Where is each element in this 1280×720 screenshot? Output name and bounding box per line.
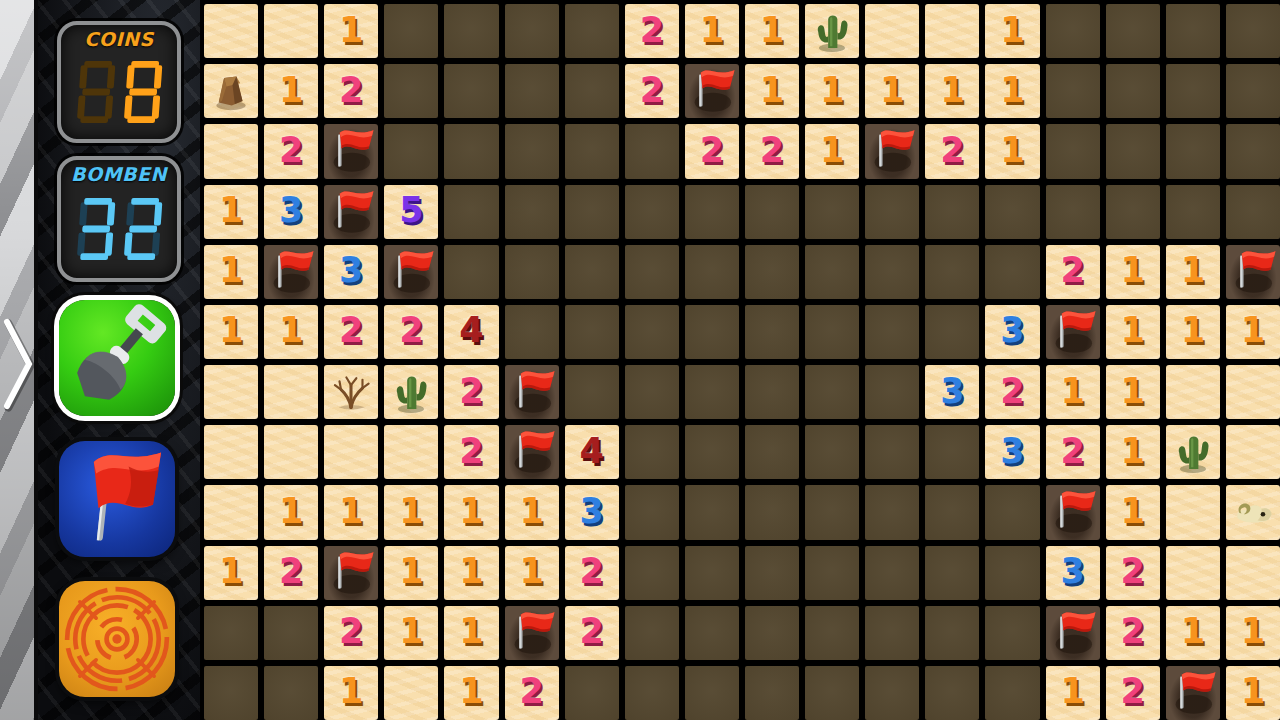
- mine-count-1: 1: [1000, 133, 1024, 168]
- cell-r1-c2[interactable]: 2: [324, 64, 378, 118]
- bombs-label: BOMBEN: [71, 163, 167, 185]
- mine-count-1: 1: [1000, 73, 1024, 108]
- coins-value: [73, 50, 164, 139]
- mine-count-2: 2: [640, 73, 664, 108]
- cell-r2-c15[interactable]: [1106, 124, 1160, 178]
- cell-r4-c12[interactable]: [925, 245, 979, 299]
- mine-count-3: 3: [1000, 313, 1024, 348]
- cell-r3-c8[interactable]: [685, 185, 739, 239]
- cell-r9-c15[interactable]: 2: [1106, 546, 1160, 600]
- cell-r6-c10[interactable]: [805, 365, 859, 419]
- cell-r8-c16[interactable]: [1166, 485, 1220, 539]
- coins-display: COINS: [57, 21, 181, 143]
- cell-r10-c15[interactable]: 2: [1106, 606, 1160, 660]
- dead-bush-icon: [328, 369, 374, 415]
- mine-count-1: 1: [459, 554, 483, 589]
- mine-count-1: 1: [459, 494, 483, 529]
- cell-r10-c6[interactable]: 2: [565, 606, 619, 660]
- cell-r11-c7[interactable]: [625, 666, 679, 720]
- cell-r8-c10[interactable]: [805, 485, 859, 539]
- cell-r4-c13[interactable]: [985, 245, 1039, 299]
- cell-r7-c16[interactable]: [1166, 425, 1220, 479]
- flag-icon: [1227, 246, 1279, 298]
- mine-count-1: 1: [1181, 614, 1205, 649]
- mine-count-3: 3: [1000, 434, 1024, 469]
- cell-r1-c8[interactable]: [685, 64, 739, 118]
- cell-r7-c2[interactable]: [324, 425, 378, 479]
- cell-r6-c13[interactable]: 2: [985, 365, 1039, 419]
- mine-count-2: 2: [339, 313, 363, 348]
- cell-r2-c2[interactable]: [324, 124, 378, 178]
- cell-r4-c10[interactable]: [805, 245, 859, 299]
- cell-r0-c15[interactable]: [1106, 4, 1160, 58]
- mine-count-4: 4: [580, 434, 604, 469]
- cell-r11-c15[interactable]: 2: [1106, 666, 1160, 720]
- cell-r6-c12[interactable]: 3: [925, 365, 979, 419]
- cell-r5-c14[interactable]: [1046, 305, 1100, 359]
- mine-count-2: 2: [640, 13, 664, 48]
- target-tool-button[interactable]: [59, 581, 175, 697]
- cell-r3-c11[interactable]: [865, 185, 919, 239]
- cell-r6-c7[interactable]: [625, 365, 679, 419]
- cell-r3-c2[interactable]: [324, 185, 378, 239]
- cell-r0-c0[interactable]: [204, 4, 258, 58]
- cell-r8-c8[interactable]: [685, 485, 739, 539]
- mine-count-1: 1: [219, 193, 243, 228]
- cell-r7-c7[interactable]: [625, 425, 679, 479]
- cell-r2-c10[interactable]: 1: [805, 124, 859, 178]
- cell-r9-c14[interactable]: 3: [1046, 546, 1100, 600]
- cell-r7-c12[interactable]: [925, 425, 979, 479]
- mine-count-2: 2: [1060, 253, 1084, 288]
- cell-r4-c8[interactable]: [685, 245, 739, 299]
- cell-r7-c5[interactable]: [505, 425, 559, 479]
- cell-r10-c10[interactable]: [805, 606, 859, 660]
- cell-r3-c5[interactable]: [505, 185, 559, 239]
- cell-r5-c8[interactable]: [685, 305, 739, 359]
- cell-r7-c9[interactable]: [745, 425, 799, 479]
- cell-r9-c6[interactable]: 2: [565, 546, 619, 600]
- cell-r6-c14[interactable]: 1: [1046, 365, 1100, 419]
- mine-count-1: 1: [399, 494, 423, 529]
- bombs-display: BOMBEN: [57, 156, 181, 282]
- cell-r4-c7[interactable]: [625, 245, 679, 299]
- cell-r8-c1[interactable]: 1: [264, 485, 318, 539]
- cell-r3-c9[interactable]: [745, 185, 799, 239]
- cell-r11-c5[interactable]: 2: [505, 666, 559, 720]
- cell-r3-c15[interactable]: [1106, 185, 1160, 239]
- cell-r2-c14[interactable]: [1046, 124, 1100, 178]
- mine-count-2: 2: [1121, 674, 1145, 709]
- game-screen: COINS BOMBEN: [0, 0, 1280, 720]
- cell-r0-c9[interactable]: 1: [745, 4, 799, 58]
- flag-icon: [1047, 306, 1099, 358]
- cell-r1-c10[interactable]: 1: [805, 64, 859, 118]
- cell-r1-c7[interactable]: 2: [625, 64, 679, 118]
- cell-r9-c0[interactable]: 1: [204, 546, 258, 600]
- mine-count-3: 3: [279, 193, 303, 228]
- cell-r11-c13[interactable]: [985, 666, 1039, 720]
- cell-r7-c8[interactable]: [685, 425, 739, 479]
- cell-r5-c10[interactable]: [805, 305, 859, 359]
- cell-r4-c11[interactable]: [865, 245, 919, 299]
- flag-icon: [265, 246, 317, 298]
- cell-r7-c17[interactable]: [1226, 425, 1280, 479]
- cell-r6-c15[interactable]: 1: [1106, 365, 1160, 419]
- cell-r11-c14[interactable]: 1: [1046, 666, 1100, 720]
- cell-r9-c11[interactable]: [865, 546, 919, 600]
- cell-r10-c12[interactable]: [925, 606, 979, 660]
- cell-r4-c14[interactable]: 2: [1046, 245, 1100, 299]
- cactus-icon: [809, 8, 855, 54]
- cell-r0-c2[interactable]: 1: [324, 4, 378, 58]
- cell-r1-c4[interactable]: [444, 64, 498, 118]
- cell-r1-c11[interactable]: 1: [865, 64, 919, 118]
- mine-count-2: 2: [700, 133, 724, 168]
- cell-r9-c17[interactable]: [1226, 546, 1280, 600]
- cell-r6-c8[interactable]: [685, 365, 739, 419]
- mine-count-1: 1: [760, 73, 784, 108]
- flag-icon: [1167, 667, 1219, 719]
- expand-chevron-icon: [1, 316, 34, 412]
- mine-count-3: 3: [940, 374, 964, 409]
- mine-count-2: 2: [580, 614, 604, 649]
- cell-r1-c15[interactable]: [1106, 64, 1160, 118]
- cell-r4-c6[interactable]: [565, 245, 619, 299]
- cell-r11-c4[interactable]: 1: [444, 666, 498, 720]
- cell-r9-c8[interactable]: [685, 546, 739, 600]
- cell-r8-c17[interactable]: [1226, 485, 1280, 539]
- mine-count-1: 1: [940, 73, 964, 108]
- mine-count-2: 2: [399, 313, 423, 348]
- cell-r2-c16[interactable]: [1166, 124, 1220, 178]
- cell-r6-c4[interactable]: 2: [444, 365, 498, 419]
- cell-r4-c9[interactable]: [745, 245, 799, 299]
- cell-r10-c17[interactable]: 1: [1226, 606, 1280, 660]
- cell-r0-c10[interactable]: [805, 4, 859, 58]
- mine-count-1: 1: [1181, 313, 1205, 348]
- mine-count-1: 1: [1241, 674, 1265, 709]
- cell-r8-c0[interactable]: [204, 485, 258, 539]
- cell-r5-c4[interactable]: 4: [444, 305, 498, 359]
- cell-r7-c11[interactable]: [865, 425, 919, 479]
- mine-count-3: 3: [1060, 554, 1084, 589]
- cell-r0-c3[interactable]: [384, 4, 438, 58]
- mine-count-2: 2: [1121, 614, 1145, 649]
- mine-count-2: 2: [519, 674, 543, 709]
- cell-r1-c3[interactable]: [384, 64, 438, 118]
- mine-count-2: 2: [279, 554, 303, 589]
- cell-r6-c5[interactable]: [505, 365, 559, 419]
- shovel-tool-button[interactable]: [59, 300, 175, 416]
- cell-r0-c12[interactable]: [925, 4, 979, 58]
- shovel-icon: [59, 300, 175, 416]
- cell-r9-c5[interactable]: 1: [505, 546, 559, 600]
- flag-icon: [686, 65, 738, 117]
- cell-r10-c5[interactable]: [505, 606, 559, 660]
- cell-r0-c6[interactable]: [565, 4, 619, 58]
- cell-r3-c12[interactable]: [925, 185, 979, 239]
- cell-r10-c9[interactable]: [745, 606, 799, 660]
- cell-r9-c9[interactable]: [745, 546, 799, 600]
- cell-r2-c6[interactable]: [565, 124, 619, 178]
- cell-r11-c8[interactable]: [685, 666, 739, 720]
- mine-count-3: 3: [580, 494, 604, 529]
- cell-r9-c10[interactable]: [805, 546, 859, 600]
- cell-r3-c4[interactable]: [444, 185, 498, 239]
- cell-r3-c6[interactable]: [565, 185, 619, 239]
- cell-r2-c7[interactable]: [625, 124, 679, 178]
- cell-r3-c3[interactable]: 5: [384, 185, 438, 239]
- mine-count-1: 1: [1121, 313, 1145, 348]
- cell-r7-c6[interactable]: 4: [565, 425, 619, 479]
- mine-count-1: 1: [1241, 313, 1265, 348]
- cell-r8-c15[interactable]: 1: [1106, 485, 1160, 539]
- cell-r10-c2[interactable]: 2: [324, 606, 378, 660]
- cell-r8-c6[interactable]: 3: [565, 485, 619, 539]
- cell-r7-c3[interactable]: [384, 425, 438, 479]
- cell-r3-c0[interactable]: 1: [204, 185, 258, 239]
- cell-r2-c12[interactable]: 2: [925, 124, 979, 178]
- cell-r3-c16[interactable]: [1166, 185, 1220, 239]
- mine-count-1: 1: [219, 313, 243, 348]
- cell-r0-c13[interactable]: 1: [985, 4, 1039, 58]
- cell-r8-c7[interactable]: [625, 485, 679, 539]
- cell-r6-c6[interactable]: [565, 365, 619, 419]
- cell-r5-c5[interactable]: [505, 305, 559, 359]
- cell-r10-c16[interactable]: 1: [1166, 606, 1220, 660]
- cell-r6-c16[interactable]: [1166, 365, 1220, 419]
- cell-r1-c14[interactable]: [1046, 64, 1100, 118]
- cell-r1-c1[interactable]: 1: [264, 64, 318, 118]
- cell-r1-c9[interactable]: 1: [745, 64, 799, 118]
- cell-r11-c9[interactable]: [745, 666, 799, 720]
- mine-count-1: 1: [459, 614, 483, 649]
- cell-r5-c13[interactable]: 3: [985, 305, 1039, 359]
- flag-icon: [59, 441, 175, 557]
- cell-r8-c11[interactable]: [865, 485, 919, 539]
- mine-count-2: 2: [1000, 374, 1024, 409]
- mine-count-1: 1: [1121, 494, 1145, 529]
- cell-r9-c4[interactable]: 1: [444, 546, 498, 600]
- cell-r1-c5[interactable]: [505, 64, 559, 118]
- cell-r3-c14[interactable]: [1046, 185, 1100, 239]
- cell-r6-c9[interactable]: [745, 365, 799, 419]
- mine-count-1: 1: [1060, 674, 1084, 709]
- cell-r7-c14[interactable]: 2: [1046, 425, 1100, 479]
- cell-r6-c0[interactable]: [204, 365, 258, 419]
- cell-r5-c16[interactable]: 1: [1166, 305, 1220, 359]
- cell-r6-c1[interactable]: [264, 365, 318, 419]
- cell-r5-c0[interactable]: 1: [204, 305, 258, 359]
- mine-count-1: 1: [820, 73, 844, 108]
- flag-icon: [866, 125, 918, 177]
- cell-r1-c17[interactable]: [1226, 64, 1280, 118]
- cell-r2-c1[interactable]: 2: [264, 124, 318, 178]
- drawer-handle[interactable]: [0, 0, 38, 720]
- cell-r4-c17[interactable]: [1226, 245, 1280, 299]
- mine-count-1: 1: [1241, 614, 1265, 649]
- cell-r3-c17[interactable]: [1226, 185, 1280, 239]
- cell-r0-c7[interactable]: 2: [625, 4, 679, 58]
- mine-count-1: 1: [880, 73, 904, 108]
- cell-r1-c6[interactable]: [565, 64, 619, 118]
- cell-r2-c5[interactable]: [505, 124, 559, 178]
- cell-r10-c3[interactable]: 1: [384, 606, 438, 660]
- cell-r5-c3[interactable]: 2: [384, 305, 438, 359]
- cell-r11-c11[interactable]: [865, 666, 919, 720]
- cell-r2-c17[interactable]: [1226, 124, 1280, 178]
- cell-r1-c16[interactable]: [1166, 64, 1220, 118]
- cell-r11-c6[interactable]: [565, 666, 619, 720]
- cell-r2-c3[interactable]: [384, 124, 438, 178]
- cell-r9-c7[interactable]: [625, 546, 679, 600]
- mine-count-1: 1: [399, 614, 423, 649]
- cell-r4-c3[interactable]: [384, 245, 438, 299]
- cell-r8-c2[interactable]: 1: [324, 485, 378, 539]
- cell-r5-c9[interactable]: [745, 305, 799, 359]
- cell-r10-c4[interactable]: 1: [444, 606, 498, 660]
- cell-r11-c12[interactable]: [925, 666, 979, 720]
- mine-count-1: 1: [700, 13, 724, 48]
- cell-r1-c13[interactable]: 1: [985, 64, 1039, 118]
- cell-r5-c7[interactable]: [625, 305, 679, 359]
- cactus-icon: [388, 369, 434, 415]
- cell-r9-c1[interactable]: 2: [264, 546, 318, 600]
- cell-r8-c4[interactable]: 1: [444, 485, 498, 539]
- cell-r7-c15[interactable]: 1: [1106, 425, 1160, 479]
- cell-r5-c15[interactable]: 1: [1106, 305, 1160, 359]
- cell-r4-c2[interactable]: 3: [324, 245, 378, 299]
- mine-count-2: 2: [1121, 554, 1145, 589]
- sidebar: COINS BOMBEN: [38, 0, 200, 720]
- cell-r8-c14[interactable]: [1046, 485, 1100, 539]
- cell-r0-c1[interactable]: [264, 4, 318, 58]
- cell-r6-c11[interactable]: [865, 365, 919, 419]
- cell-r3-c13[interactable]: [985, 185, 1039, 239]
- cell-r7-c1[interactable]: [264, 425, 318, 479]
- cell-r4-c4[interactable]: [444, 245, 498, 299]
- cell-r11-c3[interactable]: [384, 666, 438, 720]
- cell-r1-c0[interactable]: [204, 64, 258, 118]
- flag-icon: [385, 246, 437, 298]
- mine-count-1: 1: [519, 494, 543, 529]
- mine-count-1: 1: [1000, 13, 1024, 48]
- cell-r0-c11[interactable]: [865, 4, 919, 58]
- cell-r0-c14[interactable]: [1046, 4, 1100, 58]
- cell-r11-c10[interactable]: [805, 666, 859, 720]
- flag-tool-button[interactable]: [59, 441, 175, 557]
- mine-count-1: 1: [820, 133, 844, 168]
- cell-r11-c1[interactable]: [264, 666, 318, 720]
- cell-r10-c0[interactable]: [204, 606, 258, 660]
- cell-r4-c16[interactable]: 1: [1166, 245, 1220, 299]
- flag-icon: [506, 426, 558, 478]
- cell-r7-c10[interactable]: [805, 425, 859, 479]
- cell-r7-c0[interactable]: [204, 425, 258, 479]
- cell-r0-c16[interactable]: [1166, 4, 1220, 58]
- cell-r5-c1[interactable]: 1: [264, 305, 318, 359]
- mine-count-1: 1: [279, 313, 303, 348]
- mine-count-1: 1: [1181, 253, 1205, 288]
- rock-icon: [208, 68, 254, 114]
- cell-r5-c11[interactable]: [865, 305, 919, 359]
- cell-r5-c6[interactable]: [565, 305, 619, 359]
- cell-r3-c10[interactable]: [805, 185, 859, 239]
- cell-r6-c17[interactable]: [1226, 365, 1280, 419]
- cell-r9-c12[interactable]: [925, 546, 979, 600]
- cell-r8-c5[interactable]: 1: [505, 485, 559, 539]
- mine-count-2: 2: [459, 434, 483, 469]
- cell-r5-c12[interactable]: [925, 305, 979, 359]
- cell-r5-c2[interactable]: 2: [324, 305, 378, 359]
- cell-r8-c9[interactable]: [745, 485, 799, 539]
- mine-count-1: 1: [339, 494, 363, 529]
- cell-r6-c3[interactable]: [384, 365, 438, 419]
- cell-r10-c14[interactable]: [1046, 606, 1100, 660]
- cell-r4-c5[interactable]: [505, 245, 559, 299]
- flag-icon: [506, 366, 558, 418]
- cell-r5-c17[interactable]: 1: [1226, 305, 1280, 359]
- cell-r10-c11[interactable]: [865, 606, 919, 660]
- cell-r9-c16[interactable]: [1166, 546, 1220, 600]
- cell-r10-c13[interactable]: [985, 606, 1039, 660]
- cell-r3-c1[interactable]: 3: [264, 185, 318, 239]
- cell-r0-c8[interactable]: 1: [685, 4, 739, 58]
- cell-r2-c0[interactable]: [204, 124, 258, 178]
- target-icon: [59, 581, 175, 697]
- mine-count-1: 1: [1121, 374, 1145, 409]
- cell-r8-c12[interactable]: [925, 485, 979, 539]
- cell-r0-c4[interactable]: [444, 4, 498, 58]
- cell-r2-c11[interactable]: [865, 124, 919, 178]
- flag-icon: [1047, 607, 1099, 659]
- cell-r2-c4[interactable]: [444, 124, 498, 178]
- cell-r0-c17[interactable]: [1226, 4, 1280, 58]
- cell-r7-c13[interactable]: 3: [985, 425, 1039, 479]
- mine-count-1: 1: [279, 494, 303, 529]
- cell-r4-c1[interactable]: [264, 245, 318, 299]
- mine-count-1: 1: [219, 253, 243, 288]
- mine-count-3: 3: [339, 253, 363, 288]
- cell-r0-c5[interactable]: [505, 4, 559, 58]
- cell-r1-c12[interactable]: 1: [925, 64, 979, 118]
- cell-r7-c4[interactable]: 2: [444, 425, 498, 479]
- cell-r4-c0[interactable]: 1: [204, 245, 258, 299]
- cell-r2-c9[interactable]: 2: [745, 124, 799, 178]
- mine-count-2: 2: [1060, 434, 1084, 469]
- cell-r11-c17[interactable]: 1: [1226, 666, 1280, 720]
- cell-r10-c7[interactable]: [625, 606, 679, 660]
- cell-r11-c0[interactable]: [204, 666, 258, 720]
- cell-r11-c16[interactable]: [1166, 666, 1220, 720]
- flag-icon: [506, 607, 558, 659]
- cell-r8-c3[interactable]: 1: [384, 485, 438, 539]
- cell-r9-c13[interactable]: [985, 546, 1039, 600]
- cell-r2-c13[interactable]: 1: [985, 124, 1039, 178]
- cell-r10-c1[interactable]: [264, 606, 318, 660]
- cell-r6-c2[interactable]: [324, 365, 378, 419]
- cell-r8-c13[interactable]: [985, 485, 1039, 539]
- mine-count-1: 1: [519, 554, 543, 589]
- cell-r2-c8[interactable]: 2: [685, 124, 739, 178]
- cell-r4-c15[interactable]: 1: [1106, 245, 1160, 299]
- cell-r10-c8[interactable]: [685, 606, 739, 660]
- cell-r9-c3[interactable]: 1: [384, 546, 438, 600]
- cell-r3-c7[interactable]: [625, 185, 679, 239]
- cell-r11-c2[interactable]: 1: [324, 666, 378, 720]
- cell-r9-c2[interactable]: [324, 546, 378, 600]
